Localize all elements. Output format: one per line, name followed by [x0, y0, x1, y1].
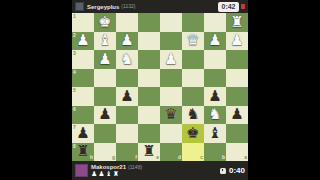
square-c5[interactable]	[182, 87, 204, 106]
square-b8[interactable]: b	[204, 143, 226, 162]
square-g5[interactable]	[94, 87, 116, 106]
black-rook[interactable]: ♜	[138, 143, 160, 162]
letterbox-stage: Sergeyplus (1132) 0:42 1♚♜2♟♝♟♛♟♟3♟♞♟45♟…	[0, 0, 320, 180]
square-b5[interactable]: ♟	[204, 87, 226, 106]
black-pawn[interactable]: ♟	[226, 106, 248, 125]
square-h4[interactable]: 4	[72, 69, 94, 88]
square-e5[interactable]	[138, 87, 160, 106]
square-d7[interactable]	[160, 124, 182, 143]
square-f7[interactable]	[116, 124, 138, 143]
black-pawn[interactable]: ♟	[72, 124, 94, 143]
square-g2[interactable]: ♝	[94, 32, 116, 51]
file-label-b: b	[222, 155, 225, 160]
square-e8[interactable]: e♜	[138, 143, 160, 162]
square-f5[interactable]: ♟	[116, 87, 138, 106]
bottom-player-name[interactable]: Makospor21	[91, 164, 126, 170]
white-knight[interactable]: ♞	[116, 50, 138, 69]
file-label-g: g	[112, 155, 115, 160]
red-flag-indicator	[241, 4, 245, 9]
top-player-avatar[interactable]	[75, 2, 84, 11]
square-b1[interactable]	[204, 13, 226, 32]
captured-white-rook: ♜	[113, 171, 119, 178]
black-pawn[interactable]: ♟	[204, 87, 226, 106]
top-player-clock: 0:42	[218, 2, 239, 12]
square-c1[interactable]	[182, 13, 204, 32]
captured-white-pawn: ♟	[98, 171, 104, 178]
file-label-f: f	[135, 155, 137, 160]
bottom-player-time: 0:40	[229, 167, 245, 175]
white-pawn[interactable]: ♟	[226, 32, 248, 51]
white-pawn[interactable]: ♟	[160, 50, 182, 69]
square-a8[interactable]: a	[226, 143, 248, 162]
rank-label-1: 1	[73, 14, 76, 19]
square-f4[interactable]	[116, 69, 138, 88]
white-knight[interactable]: ♞	[204, 106, 226, 125]
square-g1[interactable]: ♚	[94, 13, 116, 32]
square-e2[interactable]	[138, 32, 160, 51]
square-c2[interactable]: ♛	[182, 32, 204, 51]
square-d8[interactable]: d	[160, 143, 182, 162]
square-a2[interactable]: ♟	[226, 32, 248, 51]
square-a6[interactable]: ♟	[226, 106, 248, 125]
white-pawn[interactable]: ♟	[204, 32, 226, 51]
square-c8[interactable]: c	[182, 143, 204, 162]
white-queen[interactable]: ♛	[182, 32, 204, 51]
black-king[interactable]: ♚	[182, 124, 204, 143]
bottom-player-info: Makospor21 (1148) ♟♟♝♜	[91, 164, 142, 178]
white-pawn[interactable]: ♟	[72, 32, 94, 51]
square-b6[interactable]: ♞	[204, 106, 226, 125]
file-label-d: d	[178, 155, 181, 160]
black-queen[interactable]: ♛	[160, 106, 182, 125]
square-d4[interactable]	[160, 69, 182, 88]
square-h1[interactable]: 1	[72, 13, 94, 32]
white-rook[interactable]: ♜	[226, 13, 248, 32]
square-a1[interactable]: ♜	[226, 13, 248, 32]
top-player-name[interactable]: Sergeyplus	[87, 4, 119, 10]
timer-icon	[220, 168, 226, 174]
square-h8[interactable]: 8h♜	[72, 143, 94, 162]
chess-board: 1♚♜2♟♝♟♛♟♟3♟♞♟45♟♟6♟♛♞♞♟7♟♚♝8h♜gfe♜dcba	[72, 13, 248, 161]
square-h3[interactable]: 3	[72, 50, 94, 69]
square-c7[interactable]: ♚	[182, 124, 204, 143]
file-label-a: a	[244, 155, 247, 160]
square-h7[interactable]: 7♟	[72, 124, 94, 143]
captured-white-bishop: ♝	[106, 171, 112, 178]
square-h2[interactable]: 2♟	[72, 32, 94, 51]
square-a7[interactable]	[226, 124, 248, 143]
square-h6[interactable]: 6	[72, 106, 94, 125]
top-player-rating: (1132)	[121, 4, 135, 9]
square-b3[interactable]	[204, 50, 226, 69]
square-d2[interactable]	[160, 32, 182, 51]
square-d1[interactable]	[160, 13, 182, 32]
square-c3[interactable]	[182, 50, 204, 69]
white-king[interactable]: ♚	[94, 13, 116, 32]
square-a3[interactable]	[226, 50, 248, 69]
square-e7[interactable]	[138, 124, 160, 143]
square-c4[interactable]	[182, 69, 204, 88]
square-a5[interactable]	[226, 87, 248, 106]
square-c6[interactable]: ♞	[182, 106, 204, 125]
rank-label-4: 4	[73, 70, 76, 75]
white-bishop[interactable]: ♝	[94, 32, 116, 51]
square-f3[interactable]: ♞	[116, 50, 138, 69]
square-g6[interactable]: ♟	[94, 106, 116, 125]
bottom-player-clock: 0:40	[220, 167, 245, 175]
square-e3[interactable]	[138, 50, 160, 69]
captured-white-pawn: ♟	[91, 171, 97, 178]
square-d6[interactable]: ♛	[160, 106, 182, 125]
captured-pieces-tray: ♟♟♝♜	[91, 171, 142, 178]
square-d5[interactable]	[160, 87, 182, 106]
square-f1[interactable]	[116, 13, 138, 32]
white-pawn[interactable]: ♟	[116, 32, 138, 51]
square-f8[interactable]: f	[116, 143, 138, 162]
square-e6[interactable]	[138, 106, 160, 125]
square-f6[interactable]	[116, 106, 138, 125]
square-b4[interactable]	[204, 69, 226, 88]
bottom-player-bar: Makospor21 (1148) ♟♟♝♜ 0:40	[72, 161, 248, 180]
square-b7[interactable]: ♝	[204, 124, 226, 143]
rank-label-3: 3	[73, 51, 76, 56]
square-h5[interactable]: 5	[72, 87, 94, 106]
black-bishop[interactable]: ♝	[204, 124, 226, 143]
square-e1[interactable]	[138, 13, 160, 32]
square-g3[interactable]: ♟	[94, 50, 116, 69]
square-d3[interactable]: ♟	[160, 50, 182, 69]
black-pawn[interactable]: ♟	[116, 87, 138, 106]
white-pawn[interactable]: ♟	[94, 50, 116, 69]
bottom-player-avatar[interactable]	[75, 164, 88, 177]
square-e4[interactable]	[138, 69, 160, 88]
square-g4[interactable]	[94, 69, 116, 88]
chess-app-panel: Sergeyplus (1132) 0:42 1♚♜2♟♝♟♛♟♟3♟♞♟45♟…	[72, 0, 248, 180]
square-f2[interactable]: ♟	[116, 32, 138, 51]
top-player-bar: Sergeyplus (1132) 0:42	[72, 0, 248, 13]
rank-label-6: 6	[73, 107, 76, 112]
square-a4[interactable]	[226, 69, 248, 88]
square-g7[interactable]	[94, 124, 116, 143]
bottom-player-rating: (1148)	[128, 165, 142, 170]
black-knight[interactable]: ♞	[182, 106, 204, 125]
black-rook[interactable]: ♜	[72, 143, 94, 162]
square-b2[interactable]: ♟	[204, 32, 226, 51]
file-label-c: c	[200, 155, 203, 160]
square-g8[interactable]: g	[94, 143, 116, 162]
rank-label-5: 5	[73, 88, 76, 93]
black-pawn[interactable]: ♟	[94, 106, 116, 125]
